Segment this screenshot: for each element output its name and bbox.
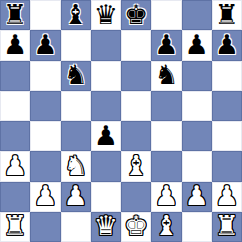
square-h2[interactable]: ♟ [212,182,242,212]
square-e3[interactable]: ♝ [121,151,151,181]
white-pawn[interactable]: ♟ [64,182,88,209]
square-g6[interactable] [182,61,212,91]
square-b7[interactable]: ♟ [30,30,60,60]
white-pawn[interactable]: ♟ [215,182,239,209]
square-a7[interactable]: ♟ [0,30,30,60]
square-h3[interactable] [212,151,242,181]
square-d1[interactable]: ♛ [91,212,121,242]
black-pawn[interactable]: ♟ [33,31,57,58]
square-h1[interactable]: ♜ [212,212,242,242]
square-b1[interactable] [30,212,60,242]
square-g2[interactable]: ♟ [182,182,212,212]
square-b5[interactable] [30,91,60,121]
square-e2[interactable] [121,182,151,212]
square-a3[interactable]: ♟ [0,151,30,181]
square-g5[interactable] [182,91,212,121]
square-a8[interactable]: ♜ [0,0,30,30]
square-g3[interactable] [182,151,212,181]
square-f6[interactable]: ♞ [151,61,181,91]
square-d7[interactable] [91,30,121,60]
square-d4[interactable]: ♟ [91,121,121,151]
square-b2[interactable]: ♟ [30,182,60,212]
white-pawn[interactable]: ♟ [154,182,178,209]
square-e7[interactable] [121,30,151,60]
white-pawn[interactable]: ♟ [3,152,27,179]
black-knight[interactable]: ♞ [64,61,88,88]
square-h8[interactable]: ♜ [212,0,242,30]
square-c6[interactable]: ♞ [61,61,91,91]
square-e4[interactable] [121,121,151,151]
black-pawn[interactable]: ♟ [3,31,27,58]
square-h4[interactable] [212,121,242,151]
chess-board: ♜♝♛♚♜♟♟♟♟♟♞♞♟♟♞♝♟♟♟♟♟♜♛♚♝♜ [0,0,242,242]
square-b6[interactable] [30,61,60,91]
square-c4[interactable] [61,121,91,151]
square-e5[interactable] [121,91,151,121]
square-c1[interactable] [61,212,91,242]
square-a4[interactable] [0,121,30,151]
square-e8[interactable]: ♚ [121,0,151,30]
black-pawn[interactable]: ♟ [185,31,209,58]
square-f1[interactable]: ♝ [151,212,181,242]
white-rook[interactable]: ♜ [3,212,27,239]
black-bishop[interactable]: ♝ [64,1,88,28]
square-c2[interactable]: ♟ [61,182,91,212]
square-d5[interactable] [91,91,121,121]
black-king[interactable]: ♚ [124,1,148,28]
square-f8[interactable] [151,0,181,30]
square-b3[interactable] [30,151,60,181]
white-pawn[interactable]: ♟ [185,182,209,209]
square-g7[interactable]: ♟ [182,30,212,60]
black-rook[interactable]: ♜ [3,1,27,28]
black-pawn[interactable]: ♟ [154,31,178,58]
square-h7[interactable]: ♟ [212,30,242,60]
black-knight[interactable]: ♞ [154,61,178,88]
square-h5[interactable] [212,91,242,121]
square-e1[interactable]: ♚ [121,212,151,242]
square-b8[interactable] [30,0,60,30]
black-pawn[interactable]: ♟ [215,31,239,58]
white-bishop[interactable]: ♝ [124,152,148,179]
square-a1[interactable]: ♜ [0,212,30,242]
square-f3[interactable] [151,151,181,181]
square-f2[interactable]: ♟ [151,182,181,212]
square-e6[interactable] [121,61,151,91]
square-c7[interactable] [61,30,91,60]
square-h6[interactable] [212,61,242,91]
square-d2[interactable] [91,182,121,212]
square-a2[interactable] [0,182,30,212]
white-pawn[interactable]: ♟ [33,182,57,209]
black-rook[interactable]: ♜ [215,1,239,28]
square-f7[interactable]: ♟ [151,30,181,60]
square-g4[interactable] [182,121,212,151]
white-rook[interactable]: ♜ [215,212,239,239]
white-queen[interactable]: ♛ [94,212,118,239]
square-g1[interactable] [182,212,212,242]
square-d6[interactable] [91,61,121,91]
square-f5[interactable] [151,91,181,121]
square-f4[interactable] [151,121,181,151]
white-bishop[interactable]: ♝ [154,212,178,239]
square-d3[interactable] [91,151,121,181]
square-d8[interactable]: ♛ [91,0,121,30]
black-pawn[interactable]: ♟ [94,122,118,149]
square-c3[interactable]: ♞ [61,151,91,181]
square-c8[interactable]: ♝ [61,0,91,30]
square-b4[interactable] [30,121,60,151]
white-king[interactable]: ♚ [124,212,148,239]
white-knight[interactable]: ♞ [64,152,88,179]
black-queen[interactable]: ♛ [94,1,118,28]
square-c5[interactable] [61,91,91,121]
square-a6[interactable] [0,61,30,91]
square-a5[interactable] [0,91,30,121]
square-g8[interactable] [182,0,212,30]
